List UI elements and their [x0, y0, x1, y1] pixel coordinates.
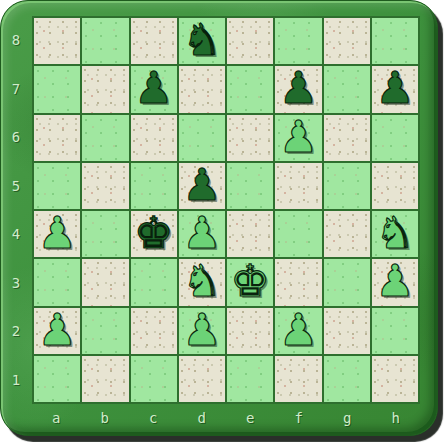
square-e1[interactable]: [227, 356, 273, 402]
rank-label-2: 2: [0, 307, 32, 356]
square-g8[interactable]: [324, 18, 370, 64]
square-e3[interactable]: ♚: [227, 259, 273, 305]
square-a4[interactable]: ♟: [34, 211, 80, 257]
square-e7[interactable]: [227, 66, 273, 112]
white-pawn-f2[interactable]: ♟: [279, 308, 318, 353]
rank-label-1: 1: [0, 356, 32, 405]
square-d5[interactable]: ♟: [179, 163, 225, 209]
square-h1[interactable]: [372, 356, 418, 402]
square-c4[interactable]: ♚: [131, 211, 177, 257]
rank-label-8: 8: [0, 16, 32, 65]
square-b8[interactable]: [82, 18, 128, 64]
square-g4[interactable]: [324, 211, 370, 257]
square-d2[interactable]: ♟: [179, 308, 225, 354]
black-pawn-f7[interactable]: ♟: [279, 66, 318, 111]
rank-label-7: 7: [0, 65, 32, 114]
black-knight-d8[interactable]: ♞: [182, 18, 221, 63]
white-pawn-f6[interactable]: ♟: [279, 115, 318, 160]
square-a1[interactable]: [34, 356, 80, 402]
file-label-f: f: [275, 404, 324, 432]
white-knight-h4[interactable]: ♞: [375, 211, 414, 256]
square-d4[interactable]: ♟: [179, 211, 225, 257]
square-a2[interactable]: ♟: [34, 308, 80, 354]
square-f1[interactable]: [275, 356, 321, 402]
square-h3[interactable]: ♟: [372, 259, 418, 305]
square-c1[interactable]: [131, 356, 177, 402]
square-c8[interactable]: [131, 18, 177, 64]
square-d3[interactable]: ♞: [179, 259, 225, 305]
square-c2[interactable]: [131, 308, 177, 354]
square-e4[interactable]: [227, 211, 273, 257]
square-h5[interactable]: [372, 163, 418, 209]
square-f5[interactable]: [275, 163, 321, 209]
file-label-e: e: [226, 404, 275, 432]
square-b6[interactable]: [82, 115, 128, 161]
file-label-b: b: [81, 404, 130, 432]
square-g1[interactable]: [324, 356, 370, 402]
square-d1[interactable]: [179, 356, 225, 402]
square-h7[interactable]: ♟: [372, 66, 418, 112]
square-b4[interactable]: [82, 211, 128, 257]
square-d6[interactable]: [179, 115, 225, 161]
square-g7[interactable]: [324, 66, 370, 112]
black-pawn-c7[interactable]: ♟: [134, 66, 173, 111]
square-f4[interactable]: [275, 211, 321, 257]
square-d8[interactable]: ♞: [179, 18, 225, 64]
rank-label-6: 6: [0, 113, 32, 162]
chessboard-window: 87654321 ♞♟♟♟♟♟♟♚♟♞♞♚♟♟♟♟ abcdefgh: [0, 0, 444, 442]
black-king-c4[interactable]: ♚: [134, 211, 173, 256]
white-pawn-d2[interactable]: ♟: [182, 308, 221, 353]
square-e5[interactable]: [227, 163, 273, 209]
square-d7[interactable]: [179, 66, 225, 112]
square-b7[interactable]: [82, 66, 128, 112]
square-c7[interactable]: ♟: [131, 66, 177, 112]
white-king-e3[interactable]: ♚: [230, 259, 269, 304]
square-g6[interactable]: [324, 115, 370, 161]
file-label-g: g: [323, 404, 372, 432]
square-a5[interactable]: [34, 163, 80, 209]
square-h4[interactable]: ♞: [372, 211, 418, 257]
square-c5[interactable]: [131, 163, 177, 209]
square-g5[interactable]: [324, 163, 370, 209]
file-label-c: c: [129, 404, 178, 432]
square-c3[interactable]: [131, 259, 177, 305]
file-label-h: h: [372, 404, 421, 432]
white-pawn-a2[interactable]: ♟: [37, 308, 76, 353]
square-b2[interactable]: [82, 308, 128, 354]
square-a8[interactable]: [34, 18, 80, 64]
square-f2[interactable]: ♟: [275, 308, 321, 354]
board-grid: ♞♟♟♟♟♟♟♚♟♞♞♚♟♟♟♟: [32, 16, 420, 404]
square-f8[interactable]: [275, 18, 321, 64]
square-c6[interactable]: [131, 115, 177, 161]
file-label-d: d: [178, 404, 227, 432]
rank-label-5: 5: [0, 162, 32, 211]
white-pawn-d4[interactable]: ♟: [182, 211, 221, 256]
square-b1[interactable]: [82, 356, 128, 402]
square-a3[interactable]: [34, 259, 80, 305]
square-g2[interactable]: [324, 308, 370, 354]
square-f7[interactable]: ♟: [275, 66, 321, 112]
square-a6[interactable]: [34, 115, 80, 161]
square-g3[interactable]: [324, 259, 370, 305]
white-pawn-a4[interactable]: ♟: [37, 211, 76, 256]
rank-label-3: 3: [0, 259, 32, 308]
square-h6[interactable]: [372, 115, 418, 161]
file-labels: abcdefgh: [32, 404, 420, 432]
square-h8[interactable]: [372, 18, 418, 64]
square-f6[interactable]: ♟: [275, 115, 321, 161]
square-h2[interactable]: [372, 308, 418, 354]
white-pawn-h3[interactable]: ♟: [375, 259, 414, 304]
square-a7[interactable]: [34, 66, 80, 112]
square-e8[interactable]: [227, 18, 273, 64]
rank-labels: 87654321: [0, 16, 32, 404]
rank-label-4: 4: [0, 210, 32, 259]
square-f3[interactable]: [275, 259, 321, 305]
white-knight-d3[interactable]: ♞: [182, 259, 221, 304]
square-e2[interactable]: [227, 308, 273, 354]
file-label-a: a: [32, 404, 81, 432]
black-pawn-d5[interactable]: ♟: [182, 163, 221, 208]
square-b3[interactable]: [82, 259, 128, 305]
square-e6[interactable]: [227, 115, 273, 161]
square-b5[interactable]: [82, 163, 128, 209]
black-pawn-h7[interactable]: ♟: [375, 66, 414, 111]
